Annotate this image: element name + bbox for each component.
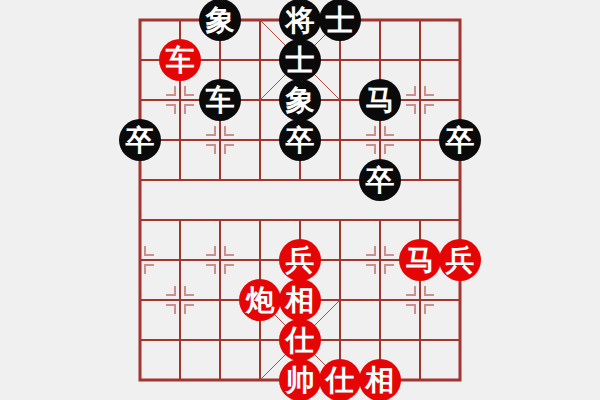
piece-black-soldier[interactable]: 卒	[359, 159, 401, 201]
piece-red-elephant[interactable]: 相	[359, 359, 401, 400]
piece-red-cannon[interactable]: 炮	[239, 279, 281, 321]
piece-red-chariot[interactable]: 车	[159, 39, 201, 81]
piece-red-horse[interactable]: 马	[399, 239, 441, 281]
piece-red-soldier[interactable]: 兵	[279, 239, 321, 281]
piece-black-soldier[interactable]: 卒	[439, 119, 481, 161]
piece-black-elephant[interactable]: 象	[279, 79, 321, 121]
piece-black-soldier[interactable]: 卒	[119, 119, 161, 161]
piece-black-advisor[interactable]: 士	[319, 0, 361, 41]
piece-red-general[interactable]: 帅	[279, 359, 321, 400]
piece-black-chariot[interactable]: 车	[199, 79, 241, 121]
piece-black-advisor[interactable]: 士	[279, 39, 321, 81]
piece-black-horse[interactable]: 马	[359, 79, 401, 121]
xiangqi-board[interactable]: 象将士车士车象马卒卒卒卒兵马兵炮相仕帅仕相	[0, 0, 600, 400]
piece-red-soldier[interactable]: 兵	[439, 239, 481, 281]
pieces-layer: 象将士车士车象马卒卒卒卒兵马兵炮相仕帅仕相	[0, 0, 600, 400]
piece-red-advisor[interactable]: 仕	[319, 359, 361, 400]
piece-red-advisor[interactable]: 仕	[279, 319, 321, 361]
piece-black-general[interactable]: 将	[279, 0, 321, 41]
piece-red-elephant[interactable]: 相	[279, 279, 321, 321]
xiangqi-screenshot: 象将士车士车象马卒卒卒卒兵马兵炮相仕帅仕相	[0, 0, 600, 400]
piece-black-soldier[interactable]: 卒	[279, 119, 321, 161]
piece-black-elephant[interactable]: 象	[199, 0, 241, 41]
